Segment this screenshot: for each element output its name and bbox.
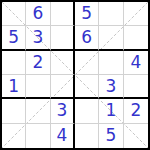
sudoku-cell[interactable]: [99, 51, 123, 75]
sudoku-cell[interactable]: [124, 75, 148, 99]
sudoku-cell[interactable]: 2: [124, 99, 148, 123]
sudoku-board: 65536241331245: [0, 0, 150, 150]
sudoku-cell[interactable]: [26, 99, 50, 123]
sudoku-cell[interactable]: [124, 124, 148, 148]
sudoku-cell[interactable]: 1: [2, 75, 26, 99]
sudoku-cell[interactable]: [26, 75, 50, 99]
sudoku-cell[interactable]: [75, 51, 99, 75]
sudoku-cell[interactable]: [51, 2, 75, 26]
sudoku-cells: 65536241331245: [2, 2, 148, 148]
sudoku-cell[interactable]: [2, 124, 26, 148]
sudoku-cell[interactable]: [2, 51, 26, 75]
sudoku-cell[interactable]: 5: [75, 2, 99, 26]
sudoku-cell[interactable]: [75, 75, 99, 99]
sudoku-cell[interactable]: [51, 26, 75, 50]
sudoku-cell[interactable]: 5: [2, 26, 26, 50]
sudoku-cell[interactable]: [2, 2, 26, 26]
sudoku-cell[interactable]: [75, 124, 99, 148]
sudoku-cell[interactable]: 3: [99, 75, 123, 99]
sudoku-cell[interactable]: [26, 124, 50, 148]
sudoku-cell[interactable]: [99, 2, 123, 26]
sudoku-cell[interactable]: [51, 51, 75, 75]
sudoku-cell[interactable]: 6: [75, 26, 99, 50]
sudoku-cell[interactable]: [99, 26, 123, 50]
sudoku-cell[interactable]: [124, 26, 148, 50]
sudoku-cell[interactable]: [124, 2, 148, 26]
sudoku-cell[interactable]: 4: [124, 51, 148, 75]
sudoku-cell[interactable]: 4: [51, 124, 75, 148]
sudoku-cell[interactable]: [51, 75, 75, 99]
sudoku-cell[interactable]: 1: [99, 99, 123, 123]
sudoku-cell[interactable]: 3: [51, 99, 75, 123]
sudoku-cell[interactable]: 6: [26, 2, 50, 26]
sudoku-cell[interactable]: [2, 99, 26, 123]
sudoku-cell[interactable]: [75, 99, 99, 123]
sudoku-cell[interactable]: 2: [26, 51, 50, 75]
sudoku-cell[interactable]: 5: [99, 124, 123, 148]
sudoku-cell[interactable]: 3: [26, 26, 50, 50]
